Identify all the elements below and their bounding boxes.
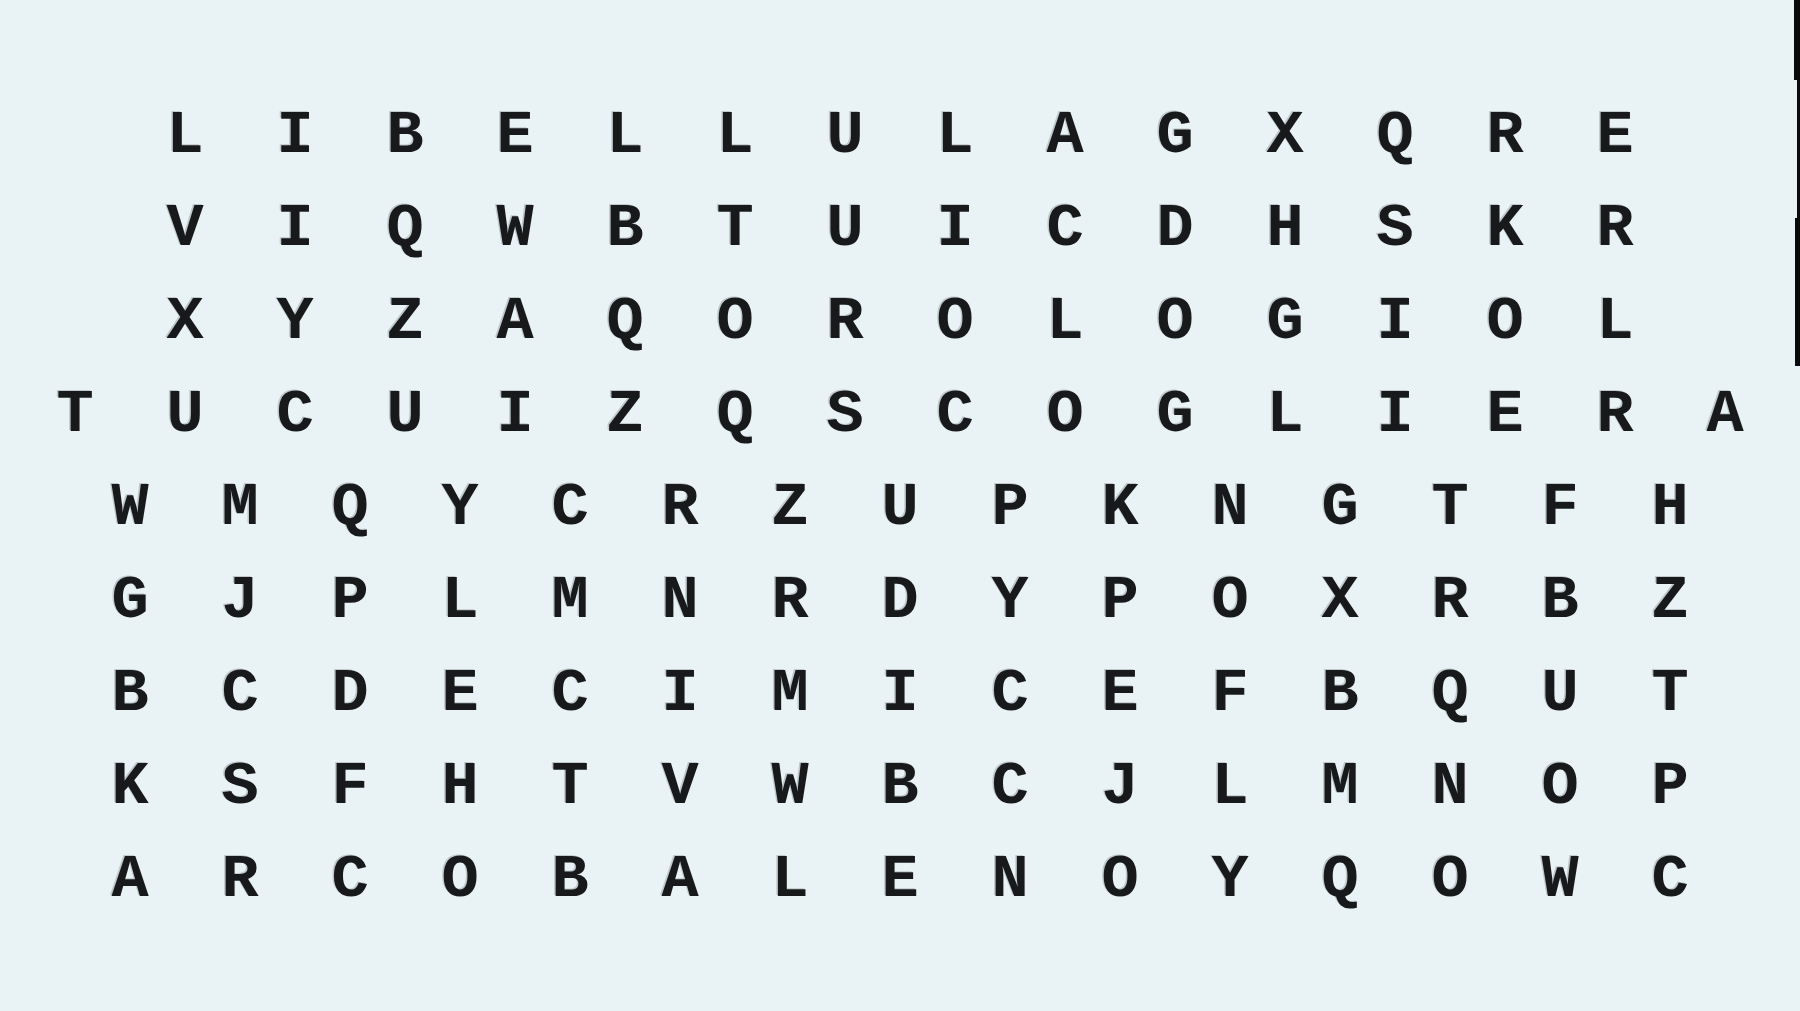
grid-cell-r2c9[interactable]: C: [1010, 182, 1120, 275]
grid-cell-r6c1[interactable]: G: [75, 554, 185, 647]
grid-cell-r9c1[interactable]: A: [75, 833, 185, 926]
grid-row-2: VIQWBTUICDHSKR: [0, 182, 1800, 275]
grid-cell-r3c1[interactable]: X: [130, 275, 240, 368]
grid-cell-r6c10[interactable]: P: [1065, 554, 1175, 647]
grid-cell-r8c5[interactable]: T: [515, 740, 625, 833]
grid-cell-r1c4[interactable]: E: [460, 89, 570, 182]
grid-cell-r8c1[interactable]: K: [75, 740, 185, 833]
grid-cell-r9c12[interactable]: Q: [1285, 833, 1395, 926]
grid-cell-r9c8[interactable]: E: [845, 833, 955, 926]
grid-cell-r9c10[interactable]: O: [1065, 833, 1175, 926]
grid-cell-r9c15[interactable]: C: [1615, 833, 1725, 926]
grid-cell-r8c13[interactable]: N: [1395, 740, 1505, 833]
grid-cell-r2c12[interactable]: S: [1340, 182, 1450, 275]
grid-cell-r2c7[interactable]: U: [790, 182, 900, 275]
grid-cell-r3c8[interactable]: O: [900, 275, 1010, 368]
grid-cell-r6c2[interactable]: J: [185, 554, 295, 647]
grid-row-3: XYZAQOROLOGIOL: [0, 275, 1800, 368]
grid-cell-r8c6[interactable]: V: [625, 740, 735, 833]
grid-cell-r4c9[interactable]: C: [900, 368, 1010, 461]
grid-cell-r7c8[interactable]: I: [845, 647, 955, 740]
grid-cell-r9c9[interactable]: N: [955, 833, 1065, 926]
grid-row-4: TUCUIZQSCOGLIERA: [0, 368, 1800, 461]
grid-cell-r2c11[interactable]: H: [1230, 182, 1340, 275]
right-edge-mark-middle: [1795, 218, 1800, 366]
grid-cell-r5c5[interactable]: C: [515, 461, 625, 554]
grid-cell-r3c12[interactable]: I: [1340, 275, 1450, 368]
grid-cell-r6c6[interactable]: N: [625, 554, 735, 647]
grid-cell-r1c12[interactable]: Q: [1340, 89, 1450, 182]
grid-cell-r5c8[interactable]: U: [845, 461, 955, 554]
grid-cell-r9c4[interactable]: O: [405, 833, 515, 926]
grid-cell-r6c12[interactable]: X: [1285, 554, 1395, 647]
grid-cell-r4c8[interactable]: S: [790, 368, 900, 461]
grid-cell-r4c2[interactable]: U: [130, 368, 240, 461]
grid-cell-r7c11[interactable]: F: [1175, 647, 1285, 740]
grid-cell-r7c1[interactable]: B: [75, 647, 185, 740]
grid-cell-r2c8[interactable]: I: [900, 182, 1010, 275]
grid-cell-r8c10[interactable]: J: [1065, 740, 1175, 833]
grid-cell-r3c11[interactable]: G: [1230, 275, 1340, 368]
grid-cell-r6c9[interactable]: Y: [955, 554, 1065, 647]
grid-cell-r1c3[interactable]: B: [350, 89, 460, 182]
grid-cell-r8c15[interactable]: P: [1615, 740, 1725, 833]
right-edge-mark-top: [1794, 0, 1800, 80]
grid-cell-r7c12[interactable]: B: [1285, 647, 1395, 740]
grid-cell-r9c5[interactable]: B: [515, 833, 625, 926]
grid-cell-r7c9[interactable]: C: [955, 647, 1065, 740]
grid-cell-r3c6[interactable]: O: [680, 275, 790, 368]
grid-cell-r9c14[interactable]: W: [1505, 833, 1615, 926]
grid-cell-r7c3[interactable]: D: [295, 647, 405, 740]
grid-cell-r7c4[interactable]: E: [405, 647, 515, 740]
grid-cell-r3c14[interactable]: L: [1560, 275, 1670, 368]
grid-cell-r3c2[interactable]: Y: [240, 275, 350, 368]
grid-cell-r6c3[interactable]: P: [295, 554, 405, 647]
grid-cell-r2c1[interactable]: V: [130, 182, 240, 275]
grid-cell-r5c14[interactable]: F: [1505, 461, 1615, 554]
grid-row-9: ARCOBALENOYQOWC: [0, 833, 1800, 926]
grid-cell-r2c13[interactable]: K: [1450, 182, 1560, 275]
grid-cell-r4c3[interactable]: C: [240, 368, 350, 461]
grid-cell-r3c7[interactable]: R: [790, 275, 900, 368]
grid-cell-r1c1[interactable]: L: [130, 89, 240, 182]
grid-cell-r8c2[interactable]: S: [185, 740, 295, 833]
grid-cell-r1c10[interactable]: G: [1120, 89, 1230, 182]
grid-cell-r3c9[interactable]: L: [1010, 275, 1120, 368]
grid-cell-r1c6[interactable]: L: [680, 89, 790, 182]
grid-cell-r8c12[interactable]: M: [1285, 740, 1395, 833]
grid-cell-r1c9[interactable]: A: [1010, 89, 1120, 182]
grid-cell-r2c6[interactable]: T: [680, 182, 790, 275]
grid-cell-r5c7[interactable]: Z: [735, 461, 845, 554]
grid-cell-r3c10[interactable]: O: [1120, 275, 1230, 368]
grid-cell-r2c2[interactable]: I: [240, 182, 350, 275]
grid-cell-r6c14[interactable]: B: [1505, 554, 1615, 647]
grid-cell-r7c2[interactable]: C: [185, 647, 295, 740]
grid-cell-r7c6[interactable]: I: [625, 647, 735, 740]
grid-cell-r5c1[interactable]: W: [75, 461, 185, 554]
grid-cell-r4c16[interactable]: A: [1670, 368, 1780, 461]
grid-cell-r1c7[interactable]: U: [790, 89, 900, 182]
grid-cell-r8c14[interactable]: O: [1505, 740, 1615, 833]
grid-cell-r6c15[interactable]: Z: [1615, 554, 1725, 647]
grid-cell-r4c11[interactable]: G: [1120, 368, 1230, 461]
letter-grid: LIBELLULAGXQREVIQWBTUICDHSKRXYZAQOROLOGI…: [0, 89, 1800, 926]
grid-cell-r4c12[interactable]: L: [1230, 368, 1340, 461]
grid-cell-r4c6[interactable]: Z: [570, 368, 680, 461]
word-search-board: LIBELLULAGXQREVIQWBTUICDHSKRXYZAQOROLOGI…: [0, 0, 1800, 1011]
grid-cell-r6c7[interactable]: R: [735, 554, 845, 647]
grid-cell-r6c11[interactable]: O: [1175, 554, 1285, 647]
grid-cell-r5c10[interactable]: K: [1065, 461, 1175, 554]
grid-cell-r1c5[interactable]: L: [570, 89, 680, 182]
grid-cell-r5c4[interactable]: Y: [405, 461, 515, 554]
grid-cell-r1c8[interactable]: L: [900, 89, 1010, 182]
grid-cell-r3c4[interactable]: A: [460, 275, 570, 368]
grid-cell-r9c13[interactable]: O: [1395, 833, 1505, 926]
grid-row-8: KSFHTVWBCJLMNOP: [0, 740, 1800, 833]
grid-cell-r3c3[interactable]: Z: [350, 275, 460, 368]
grid-cell-r2c3[interactable]: Q: [350, 182, 460, 275]
grid-cell-r8c9[interactable]: C: [955, 740, 1065, 833]
grid-row-6: GJPLMNRDYPOXRBZ: [0, 554, 1800, 647]
grid-cell-r4c10[interactable]: O: [1010, 368, 1120, 461]
grid-cell-r7c5[interactable]: C: [515, 647, 625, 740]
grid-cell-r5c2[interactable]: M: [185, 461, 295, 554]
grid-cell-r6c13[interactable]: R: [1395, 554, 1505, 647]
grid-cell-r1c2[interactable]: I: [240, 89, 350, 182]
grid-cell-r8c4[interactable]: H: [405, 740, 515, 833]
grid-cell-r2c4[interactable]: W: [460, 182, 570, 275]
grid-cell-r5c9[interactable]: P: [955, 461, 1065, 554]
grid-cell-r6c8[interactable]: D: [845, 554, 955, 647]
grid-cell-r4c4[interactable]: U: [350, 368, 460, 461]
grid-cell-r4c7[interactable]: Q: [680, 368, 790, 461]
grid-cell-r3c13[interactable]: O: [1450, 275, 1560, 368]
grid-cell-r2c14[interactable]: R: [1560, 182, 1670, 275]
grid-cell-r9c3[interactable]: C: [295, 833, 405, 926]
grid-cell-r8c7[interactable]: W: [735, 740, 845, 833]
grid-cell-r2c5[interactable]: B: [570, 182, 680, 275]
grid-cell-r4c1[interactable]: T: [20, 368, 130, 461]
grid-cell-r1c13[interactable]: R: [1450, 89, 1560, 182]
grid-row-5: WMQYCRZUPKNGTFH: [0, 461, 1800, 554]
grid-cell-r5c13[interactable]: T: [1395, 461, 1505, 554]
grid-cell-r4c5[interactable]: I: [460, 368, 570, 461]
grid-cell-r6c4[interactable]: L: [405, 554, 515, 647]
grid-cell-r3c5[interactable]: Q: [570, 275, 680, 368]
grid-cell-r4c14[interactable]: E: [1450, 368, 1560, 461]
grid-cell-r5c3[interactable]: Q: [295, 461, 405, 554]
grid-cell-r1c11[interactable]: X: [1230, 89, 1340, 182]
grid-cell-r2c10[interactable]: D: [1120, 182, 1230, 275]
grid-row-1: LIBELLULAGXQRE: [0, 89, 1800, 182]
grid-cell-r8c3[interactable]: F: [295, 740, 405, 833]
grid-cell-r8c8[interactable]: B: [845, 740, 955, 833]
grid-cell-r1c14[interactable]: E: [1560, 89, 1670, 182]
grid-cell-r7c13[interactable]: Q: [1395, 647, 1505, 740]
grid-cell-r5c15[interactable]: H: [1615, 461, 1725, 554]
grid-cell-r8c11[interactable]: L: [1175, 740, 1285, 833]
grid-cell-r7c14[interactable]: U: [1505, 647, 1615, 740]
grid-cell-r9c11[interactable]: Y: [1175, 833, 1285, 926]
grid-cell-r5c6[interactable]: R: [625, 461, 735, 554]
grid-cell-r7c15[interactable]: T: [1615, 647, 1725, 740]
grid-cell-r9c7[interactable]: L: [735, 833, 845, 926]
grid-cell-r4c15[interactable]: R: [1560, 368, 1670, 461]
grid-cell-r4c13[interactable]: I: [1340, 368, 1450, 461]
grid-cell-r6c5[interactable]: M: [515, 554, 625, 647]
grid-cell-r7c7[interactable]: M: [735, 647, 845, 740]
grid-row-7: BCDECIMICEFBQUT: [0, 647, 1800, 740]
grid-cell-r5c11[interactable]: N: [1175, 461, 1285, 554]
grid-cell-r5c12[interactable]: G: [1285, 461, 1395, 554]
grid-cell-r9c6[interactable]: A: [625, 833, 735, 926]
grid-cell-r9c2[interactable]: R: [185, 833, 295, 926]
grid-cell-r7c10[interactable]: E: [1065, 647, 1175, 740]
